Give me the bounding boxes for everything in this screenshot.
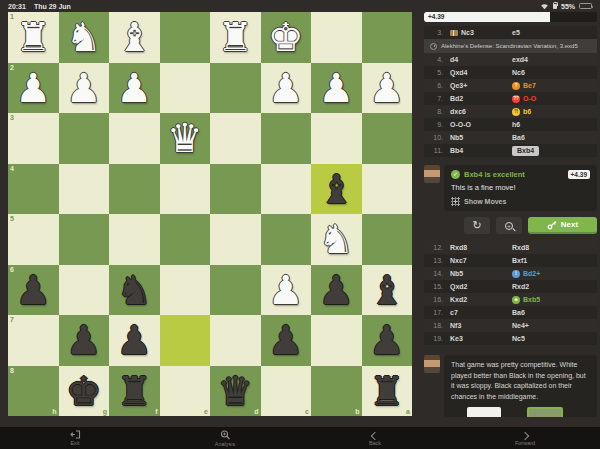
square-a1[interactable] [362, 12, 413, 63]
black-move-18[interactable]: Ne4+ [512, 322, 597, 329]
battery-percent: 55% [561, 3, 575, 10]
exit-icon [70, 430, 81, 439]
white-move-7[interactable]: Bd2 [450, 95, 512, 102]
file-label-c: c [305, 408, 309, 415]
move-number: 11. [424, 147, 450, 154]
piece-wR-h1[interactable]: ♜ [8, 12, 59, 63]
exit-button[interactable]: Exit [0, 427, 150, 449]
black-move-11[interactable]: Bxb4 [512, 146, 597, 156]
move-text: Bd2+ [523, 270, 540, 277]
move-text: dxc6 [450, 108, 466, 115]
black-move-5[interactable]: Nc6 [512, 69, 597, 76]
eval-value: +4.39 [428, 12, 444, 22]
back-button[interactable]: Back [300, 427, 450, 449]
square-f1[interactable]: ♝ [109, 12, 160, 63]
move-text: Bxf1 [512, 257, 527, 264]
summary-text: That game was pretty competitive. White … [451, 360, 590, 402]
move-number: 9. [424, 121, 450, 128]
move-row-18: 18.Nf3Ne4+ [424, 319, 597, 332]
black-move-15[interactable]: Rxd2 [512, 283, 597, 290]
square-e4[interactable] [160, 164, 211, 215]
move-text: Bxb5 [523, 296, 540, 303]
feedback-title: Bxb4 is excellent [464, 170, 564, 179]
game-summary-box: That game was pretty competitive. White … [424, 355, 597, 417]
piece-wP-a2[interactable]: ♟ [362, 63, 413, 114]
date: Thu 29 Jun [34, 3, 71, 10]
show-moves-button[interactable]: Show Moves [451, 197, 590, 206]
white-move-4[interactable]: d4 [450, 56, 512, 63]
square-f2[interactable]: ♟ [109, 63, 160, 114]
move-text: Be7 [523, 82, 536, 89]
piece-wN-g1[interactable]: ♞ [59, 12, 110, 63]
move-text: b6 [523, 108, 531, 115]
feedback-line: This is a fine move! [451, 183, 590, 192]
retry-button[interactable]: ↻ [464, 217, 490, 234]
square-c8[interactable]: c [261, 366, 312, 417]
white-move-13[interactable]: Nxc7 [450, 257, 512, 264]
square-c4[interactable] [261, 164, 312, 215]
square-a8[interactable]: a♜ [362, 366, 413, 417]
square-d3[interactable] [210, 113, 261, 164]
square-c6[interactable]: ♟ [261, 265, 312, 316]
square-c5[interactable] [261, 214, 312, 265]
move-number: 10. [424, 134, 450, 141]
square-c3[interactable] [261, 113, 312, 164]
square-h5[interactable]: 5 [8, 214, 59, 265]
black-move-12[interactable]: Rxd8 [512, 244, 597, 251]
white-move-18[interactable]: Nf3 [450, 322, 512, 329]
piece-wB-f1[interactable]: ♝ [109, 12, 160, 63]
file-label-e: e [204, 408, 208, 415]
white-move-16[interactable]: Kxd2 [450, 296, 512, 303]
square-b5[interactable]: ♞ [311, 214, 362, 265]
move-number: 12. [424, 244, 450, 251]
rank-label-3: 3 [10, 114, 14, 121]
move-number: 14. [424, 270, 450, 277]
square-b1[interactable] [311, 12, 362, 63]
piece-bP-c7[interactable]: ♟ [261, 315, 312, 366]
move-text: Bb4 [450, 147, 463, 154]
chevron-right-icon [521, 431, 529, 439]
piece-bN-f6[interactable]: ♞ [109, 265, 160, 316]
square-e5[interactable] [160, 214, 211, 265]
white-move-9[interactable]: O-O-O [450, 121, 512, 128]
move-text: Nb5 [450, 134, 463, 141]
move-text: Nc6 [512, 69, 525, 76]
rank-label-5: 5 [10, 215, 14, 222]
square-h6[interactable]: 6♟ [8, 265, 59, 316]
square-g1[interactable]: ♞ [59, 12, 110, 63]
chevron-left-icon [371, 431, 379, 439]
rank-label-4: 4 [10, 165, 14, 172]
excellent-icon: ✓ [451, 170, 460, 179]
move-text: Qe3+ [450, 82, 467, 89]
piece-bP-g7[interactable]: ♟ [59, 315, 110, 366]
report-thumbnail[interactable] [467, 407, 501, 417]
square-h4[interactable]: 4 [8, 164, 59, 215]
move-list-top: 3.Nc3e5Alekhine's Defense: Scandinavian … [424, 26, 597, 157]
square-g4[interactable] [59, 164, 110, 215]
piece-wK-c1[interactable]: ♚ [261, 12, 312, 63]
black-move-19[interactable]: Nc5 [512, 335, 597, 342]
square-f7[interactable]: ♟ [109, 315, 160, 366]
blunder-icon: ?? [512, 95, 520, 103]
move-text: Ke3 [450, 335, 463, 342]
clock-time: 20:31 [8, 3, 26, 10]
move-text: d4 [450, 56, 458, 63]
rank-label-8: 8 [10, 367, 14, 374]
move-text: c7 [450, 309, 458, 316]
move-text: h6 [512, 121, 520, 128]
black-move-8[interactable]: ?!b6 [512, 108, 597, 116]
move-row-13: 13.Nxc7Bxf1 [424, 254, 597, 267]
move-number: 6. [424, 82, 450, 89]
square-d4[interactable] [210, 164, 261, 215]
square-a4[interactable] [362, 164, 413, 215]
piece-bP-h6[interactable]: ♟ [8, 265, 59, 316]
square-b2[interactable]: ♟ [311, 63, 362, 114]
square-a7[interactable]: ♟ [362, 315, 413, 366]
square-g7[interactable]: ♟ [59, 315, 110, 366]
key-icon [547, 220, 557, 230]
move-number: 17. [424, 309, 450, 316]
square-c2[interactable]: ♟ [261, 63, 312, 114]
move-text: Nc3 [461, 29, 474, 36]
piece-bQ-d8[interactable]: ♛ [210, 366, 261, 417]
magnifier-plus-icon: + [505, 222, 513, 230]
white-move-15[interactable]: Qxd2 [450, 283, 512, 290]
black-move-13[interactable]: Bxf1 [512, 257, 597, 264]
square-a5[interactable] [362, 214, 413, 265]
square-b4[interactable]: ♝ [311, 164, 362, 215]
coach-avatar[interactable] [424, 165, 440, 183]
move-row-10: 10.Nb5Ba6 [424, 131, 597, 144]
square-f6[interactable]: ♞ [109, 265, 160, 316]
move-number: 7. [424, 95, 450, 102]
square-e7[interactable] [160, 315, 211, 366]
white-move-5[interactable]: Qxd4 [450, 69, 512, 76]
lock-icon [553, 4, 557, 9]
move-row-15: 15.Qxd2Rxd2 [424, 280, 597, 293]
square-e6[interactable] [160, 265, 211, 316]
move-row-4: 4.d4exd4 [424, 53, 597, 66]
square-g5[interactable] [59, 214, 110, 265]
move-row-9: 9.O-O-Oh6 [424, 118, 597, 131]
square-d8[interactable]: d♛ [210, 366, 261, 417]
square-d6[interactable] [210, 265, 261, 316]
square-f8[interactable]: f♜ [109, 366, 160, 417]
piece-wP-g2[interactable]: ♟ [59, 63, 110, 114]
white-move-14[interactable]: Nb5 [450, 270, 512, 277]
square-f3[interactable] [109, 113, 160, 164]
bottom-toolbar: Exit Analysis Back Forward [0, 427, 600, 449]
square-d7[interactable] [210, 315, 261, 366]
zoom-button[interactable]: + [496, 217, 522, 234]
battery-icon [579, 3, 592, 9]
white-move-17[interactable]: c7 [450, 309, 512, 316]
move-row-11: 11.Bb4Bxb4 [424, 144, 597, 157]
square-d2[interactable] [210, 63, 261, 114]
piece-bP-f7[interactable]: ♟ [109, 315, 160, 366]
square-d1[interactable]: ♜ [210, 12, 261, 63]
move-text: Nc5 [512, 335, 525, 342]
move-text: Bd2 [450, 95, 463, 102]
analysis-panel: +4.39 3.Nc3e5Alekhine's Defense: Scandin… [424, 12, 597, 417]
eval-badge: +4.39 [568, 170, 590, 179]
move-row-12: 12.Rxd8Rxd8 [424, 241, 597, 254]
white-move-11[interactable]: Bb4 [450, 147, 512, 154]
piece-bP-a7[interactable]: ♟ [362, 315, 413, 366]
next-button[interactable]: Next [528, 217, 597, 234]
black-move-16[interactable]: ★Bxb5 [512, 296, 597, 304]
square-a3[interactable] [362, 113, 413, 164]
rank-label-7: 7 [10, 316, 14, 323]
piece-bP-b6[interactable]: ♟ [311, 265, 362, 316]
piece-bR-f8[interactable]: ♜ [109, 366, 160, 417]
piece-bB-a6[interactable]: ♝ [362, 265, 413, 316]
move-number: 16. [424, 296, 450, 303]
move-row-17: 17.c7Ba6 [424, 306, 597, 319]
square-e1[interactable] [160, 12, 211, 63]
move-text: Qxd4 [450, 69, 468, 76]
analysis-icon [220, 430, 231, 440]
forward-button[interactable]: Forward [450, 427, 600, 449]
square-h8[interactable]: 8h [8, 366, 59, 417]
move-text: Nxc7 [450, 257, 467, 264]
square-c7[interactable]: ♟ [261, 315, 312, 366]
square-d5[interactable] [210, 214, 261, 265]
square-e3[interactable]: ♛ [160, 113, 211, 164]
piece-wP-h2[interactable]: ♟ [8, 63, 59, 114]
move-number: 18. [424, 322, 450, 329]
move-row-14: 14.Nb5!Bd2+ [424, 267, 597, 280]
white-move-3[interactable]: Nc3 [450, 29, 512, 36]
move-text: Nf3 [450, 322, 461, 329]
opening-name-row[interactable]: Alekhine's Defense: Scandinavian Variati… [424, 39, 597, 53]
square-b6[interactable]: ♟ [311, 265, 362, 316]
show-moves-icon [451, 197, 460, 206]
eval-bar: +4.39 [424, 12, 597, 22]
piece-wP-b2[interactable]: ♟ [311, 63, 362, 114]
square-b3[interactable] [311, 113, 362, 164]
black-move-4[interactable]: exd4 [512, 56, 597, 63]
black-move-3[interactable]: e5 [512, 29, 597, 36]
white-move-10[interactable]: Nb5 [450, 134, 512, 141]
move-text: exd4 [512, 56, 528, 63]
move-number: 3. [424, 29, 450, 36]
move-text: Rxd2 [512, 283, 529, 290]
black-move-17[interactable]: Ba6 [512, 309, 597, 316]
move-number: 13. [424, 257, 450, 264]
wifi-icon [540, 3, 549, 10]
piece-wQ-e3[interactable]: ♛ [160, 113, 211, 164]
move-row-16: 16.Kxd2★Bxb5 [424, 293, 597, 306]
black-move-14[interactable]: !Bd2+ [512, 270, 597, 278]
move-row-5: 5.Qxd4Nc6 [424, 66, 597, 79]
move-text: Qxd2 [450, 283, 468, 290]
move-row-7: 7.Bd2??O-O [424, 92, 597, 105]
analysis-button[interactable]: Analysis [150, 427, 300, 449]
board-thumbnail[interactable] [527, 407, 563, 417]
move-text: Bxb4 [512, 146, 539, 156]
square-h1[interactable]: 1♜ [8, 12, 59, 63]
file-label-h: h [52, 408, 56, 415]
square-e2[interactable] [160, 63, 211, 114]
file-label-b: b [355, 408, 359, 415]
square-h3[interactable]: 3 [8, 113, 59, 164]
black-move-10[interactable]: Ba6 [512, 134, 597, 141]
piece-wP-f2[interactable]: ♟ [109, 63, 160, 114]
move-text: O-O-O [450, 121, 471, 128]
white-move-6[interactable]: Qe3+ [450, 82, 512, 89]
piece-bB-b4[interactable]: ♝ [311, 164, 362, 215]
piece-wP-c6[interactable]: ♟ [261, 265, 312, 316]
book-icon [450, 30, 458, 36]
move-number: 15. [424, 283, 450, 290]
black-move-9[interactable]: h6 [512, 121, 597, 128]
white-move-19[interactable]: Ke3 [450, 335, 512, 342]
move-number: 4. [424, 56, 450, 63]
best-icon: ★ [512, 296, 520, 304]
square-h7[interactable]: 7 [8, 315, 59, 366]
move-text: Ne4+ [512, 322, 529, 329]
piece-bR-a8[interactable]: ♜ [362, 366, 413, 417]
retry-icon: ↻ [472, 219, 481, 232]
move-feedback-box: ✓ Bxb4 is excellent +4.39 This is a fine… [424, 165, 597, 234]
move-text: Ba6 [512, 134, 525, 141]
move-text: Nb5 [450, 270, 463, 277]
piece-bK-g8[interactable]: ♚ [59, 366, 110, 417]
square-b7[interactable] [311, 315, 362, 366]
move-row-6: 6.Qe3+?Be7 [424, 79, 597, 92]
white-move-12[interactable]: Rxd8 [450, 244, 512, 251]
square-g3[interactable] [59, 113, 110, 164]
great-icon: ! [512, 270, 520, 278]
move-row-3: 3.Nc3e5 [424, 26, 597, 39]
opening-icon [430, 43, 437, 50]
move-text: O-O [523, 95, 536, 102]
move-number: 19. [424, 335, 450, 342]
square-c1[interactable]: ♚ [261, 12, 312, 63]
white-move-8[interactable]: dxc6 [450, 108, 512, 115]
square-a2[interactable]: ♟ [362, 63, 413, 114]
square-f5[interactable] [109, 214, 160, 265]
move-text: e5 [512, 29, 520, 36]
piece-wP-c2[interactable]: ♟ [261, 63, 312, 114]
square-g6[interactable] [59, 265, 110, 316]
opening-name: Alekhine's Defense: Scandinavian Variati… [441, 43, 578, 49]
move-row-19: 19.Ke3Nc5 [424, 332, 597, 345]
move-number: 8. [424, 108, 450, 115]
move-text: Kxd2 [450, 296, 467, 303]
move-text: Ba6 [512, 309, 525, 316]
square-g8[interactable]: g♚ [59, 366, 110, 417]
piece-wR-d1[interactable]: ♜ [210, 12, 261, 63]
coach-avatar-2[interactable] [424, 355, 440, 373]
move-number: 5. [424, 69, 450, 76]
square-a6[interactable]: ♝ [362, 265, 413, 316]
black-move-7[interactable]: ??O-O [512, 95, 597, 103]
status-bar: 20:31 Thu 29 Jun 55% [0, 0, 600, 12]
black-move-6[interactable]: ?Be7 [512, 82, 597, 90]
square-g2[interactable]: ♟ [59, 63, 110, 114]
mistake-icon: ? [512, 82, 520, 90]
move-text: Rxd8 [512, 244, 529, 251]
inaccuracy-icon: ?! [512, 108, 520, 116]
piece-wN-b5[interactable]: ♞ [311, 214, 362, 265]
square-b8[interactable]: b [311, 366, 362, 417]
move-text: Rxd8 [450, 244, 467, 251]
move-list-bottom: 12.Rxd8Rxd813.Nxc7Bxf114.Nb5!Bd2+15.Qxd2… [424, 241, 597, 345]
chess-board[interactable]: 1♜♞♝♜♚2♟♟♟♟♟♟3♛4♝5♞6♟♞♟♟♝7♟♟♟♟8hg♚f♜ed♛c… [8, 12, 412, 416]
square-e8[interactable]: e [160, 366, 211, 417]
move-row-8: 8.dxc6?!b6 [424, 105, 597, 118]
square-f4[interactable] [109, 164, 160, 215]
square-h2[interactable]: 2♟ [8, 63, 59, 114]
